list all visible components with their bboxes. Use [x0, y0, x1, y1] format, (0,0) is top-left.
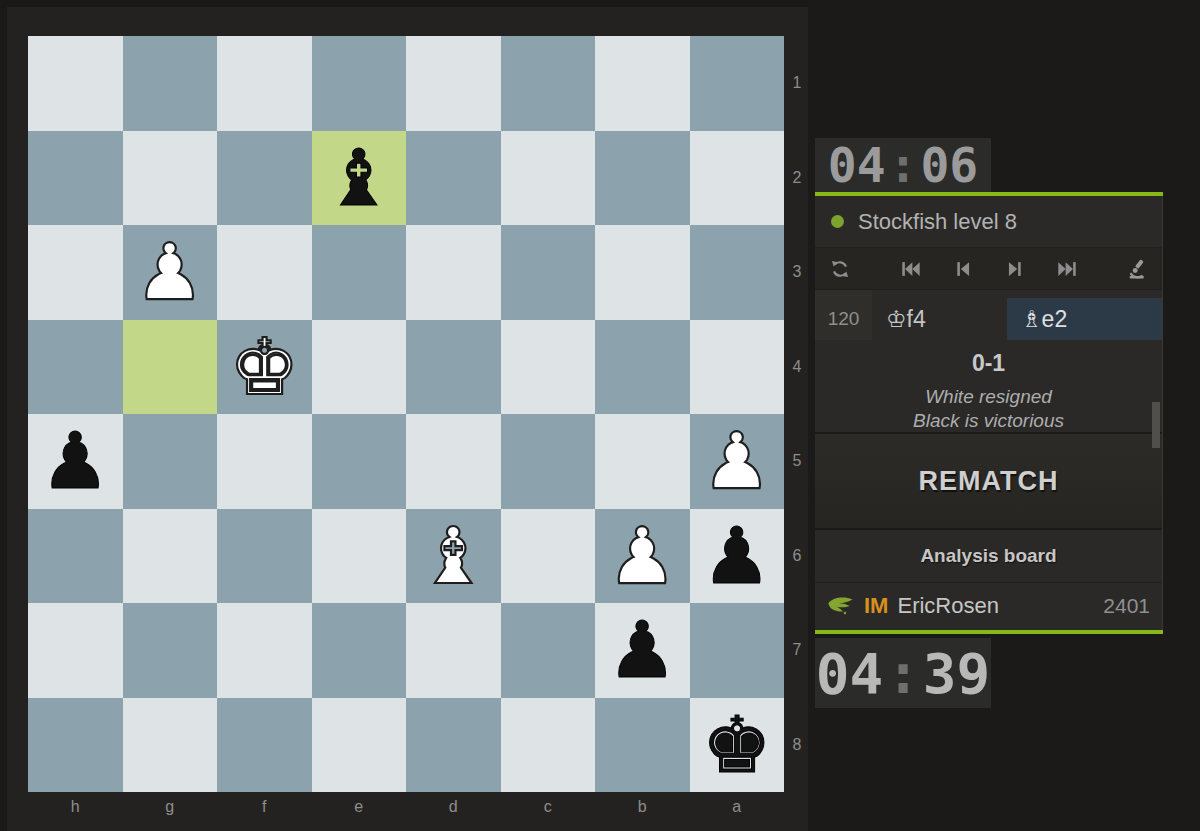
player-row: IM EricRosen 2401 — [815, 582, 1162, 628]
square-d2[interactable] — [406, 131, 501, 226]
file-label-b: b — [595, 792, 690, 822]
file-label-f: f — [217, 792, 312, 822]
file-coordinates: hgfedcba — [28, 792, 784, 822]
online-dot-icon — [831, 215, 844, 228]
square-b6[interactable]: ♟ — [595, 509, 690, 604]
square-d1[interactable] — [406, 36, 501, 131]
file-label-a: a — [690, 792, 785, 822]
chess-board: ♝♟♚♟♟♝♟♟♟♚ — [28, 36, 784, 792]
rank-label-4: 4 — [786, 320, 808, 415]
file-label-h: h — [28, 792, 123, 822]
square-c6[interactable] — [501, 509, 596, 604]
square-f5[interactable] — [217, 414, 312, 509]
square-b5[interactable] — [595, 414, 690, 509]
opponent-row: Stockfish level 8 — [815, 196, 1162, 248]
move-black-clipped[interactable]: g — [1007, 290, 1162, 298]
black-king[interactable]: ♚ — [702, 706, 772, 784]
square-d5[interactable] — [406, 414, 501, 509]
black-pawn[interactable]: ♟ — [607, 611, 677, 689]
replay-controls — [815, 248, 1162, 290]
result-outcome: Black is victorious — [815, 409, 1162, 433]
white-pawn[interactable]: ♟ — [702, 422, 772, 500]
square-h4[interactable] — [28, 320, 123, 415]
square-g3[interactable]: ♟ — [123, 225, 218, 320]
square-c5[interactable] — [501, 414, 596, 509]
move-white-san[interactable]: ♔f4 — [872, 298, 1007, 340]
rank-label-2: 2 — [786, 131, 808, 226]
square-a5[interactable]: ♟ — [690, 414, 785, 509]
black-pawn[interactable]: ♟ — [702, 517, 772, 595]
square-a1[interactable] — [690, 36, 785, 131]
player-clock: 04:39 — [815, 638, 991, 708]
rank-coordinates: 12345678 — [786, 36, 808, 792]
clock-colon: : — [886, 641, 920, 706]
white-bishop[interactable]: ♝ — [418, 517, 488, 595]
square-h6[interactable] — [28, 509, 123, 604]
square-b7[interactable]: ♟ — [595, 603, 690, 698]
opponent-name: Stockfish level 8 — [858, 209, 1017, 235]
square-f8[interactable] — [217, 698, 312, 793]
move-row: 120 ♔f4 ♗e2 — [815, 298, 1162, 340]
patron-wing-icon — [827, 595, 855, 617]
square-c2[interactable] — [501, 131, 596, 226]
white-king[interactable]: ♚ — [229, 328, 299, 406]
white-pawn[interactable]: ♟ — [607, 517, 677, 595]
square-e5[interactable] — [312, 414, 407, 509]
file-label-e: e — [312, 792, 407, 822]
move-list[interactable]: g g 120 ♔f4 ♗e2 — [815, 290, 1162, 340]
go-first-icon[interactable] — [900, 258, 922, 280]
analysis-microscope-icon[interactable] — [1126, 258, 1148, 280]
window-edge-left — [0, 0, 7, 831]
clipped-fragment: g — [1021, 290, 1070, 291]
square-h7[interactable] — [28, 603, 123, 698]
square-c4[interactable] — [501, 320, 596, 415]
clock-colon: : — [889, 137, 918, 193]
square-f1[interactable] — [217, 36, 312, 131]
step-buttons — [900, 258, 1078, 280]
accent-line-bottom — [815, 630, 1163, 634]
rank-label-1: 1 — [786, 36, 808, 131]
square-g1[interactable] — [123, 36, 218, 131]
square-d7[interactable] — [406, 603, 501, 698]
square-b2[interactable] — [595, 131, 690, 226]
file-label-d: d — [406, 792, 501, 822]
square-g7[interactable] — [123, 603, 218, 698]
player-title: IM — [864, 593, 888, 619]
rank-label-3: 3 — [786, 225, 808, 320]
square-e4[interactable] — [312, 320, 407, 415]
square-f4[interactable]: ♚ — [217, 320, 312, 415]
analysis-board-button[interactable]: Analysis board — [815, 530, 1162, 582]
square-h3[interactable] — [28, 225, 123, 320]
square-g5[interactable] — [123, 414, 218, 509]
square-d8[interactable] — [406, 698, 501, 793]
square-d3[interactable] — [406, 225, 501, 320]
opponent-clock-minutes: 04 — [828, 137, 886, 193]
square-h2[interactable] — [28, 131, 123, 226]
move-number: 120 — [815, 298, 872, 340]
square-e3[interactable] — [312, 225, 407, 320]
square-h8[interactable] — [28, 698, 123, 793]
result-reason: White resigned — [815, 385, 1162, 409]
square-b1[interactable] — [595, 36, 690, 131]
clipped-fragment: g — [886, 290, 935, 291]
scrollbar-thumb[interactable] — [1152, 402, 1160, 448]
result-score: 0-1 — [815, 350, 1162, 377]
rematch-button[interactable]: REMATCH — [815, 434, 1162, 528]
square-c3[interactable] — [501, 225, 596, 320]
square-e7[interactable] — [312, 603, 407, 698]
square-h1[interactable] — [28, 36, 123, 131]
file-label-c: c — [501, 792, 596, 822]
square-a7[interactable] — [690, 603, 785, 698]
move-black-san-selected[interactable]: ♗e2 — [1007, 298, 1162, 340]
player-clock-seconds: 39 — [923, 641, 990, 706]
square-c1[interactable] — [501, 36, 596, 131]
move-row-clipped: g g — [815, 290, 1162, 298]
square-e1[interactable] — [312, 36, 407, 131]
file-label-g: g — [123, 792, 218, 822]
player-clock-minutes: 04 — [816, 641, 883, 706]
square-h5[interactable]: ♟ — [28, 414, 123, 509]
square-b8[interactable] — [595, 698, 690, 793]
square-f3[interactable] — [217, 225, 312, 320]
square-a2[interactable] — [690, 131, 785, 226]
square-e6[interactable] — [312, 509, 407, 604]
rank-label-7: 7 — [786, 603, 808, 698]
square-g2[interactable] — [123, 131, 218, 226]
black-pawn[interactable]: ♟ — [40, 422, 110, 500]
rank-label-5: 5 — [786, 414, 808, 509]
square-c7[interactable] — [501, 603, 596, 698]
square-g4[interactable] — [123, 320, 218, 415]
square-a8[interactable]: ♚ — [690, 698, 785, 793]
black-bishop[interactable]: ♝ — [324, 139, 394, 217]
square-a3[interactable] — [690, 225, 785, 320]
square-e2[interactable]: ♝ — [312, 131, 407, 226]
game-side-panel: Stockfish level 8 — [815, 196, 1163, 630]
player-name[interactable]: EricRosen — [897, 593, 998, 619]
square-g8[interactable] — [123, 698, 218, 793]
square-g6[interactable] — [123, 509, 218, 604]
go-next-icon[interactable] — [1004, 258, 1026, 280]
game-result-block: 0-1 White resigned Black is victorious — [815, 340, 1162, 432]
move-white-clipped[interactable]: g — [872, 290, 1007, 298]
square-b4[interactable] — [595, 320, 690, 415]
white-pawn[interactable]: ♟ — [135, 233, 205, 311]
player-rating: 2401 — [1103, 594, 1150, 618]
square-e8[interactable] — [312, 698, 407, 793]
square-c8[interactable] — [501, 698, 596, 793]
move-number — [815, 290, 872, 298]
opponent-clock-seconds: 06 — [920, 137, 978, 193]
go-last-icon[interactable] — [1056, 258, 1078, 280]
square-a6[interactable]: ♟ — [690, 509, 785, 604]
square-f6[interactable] — [217, 509, 312, 604]
square-a4[interactable] — [690, 320, 785, 415]
rank-label-8: 8 — [786, 698, 808, 793]
rank-label-6: 6 — [786, 509, 808, 604]
square-d6[interactable]: ♝ — [406, 509, 501, 604]
square-f2[interactable] — [217, 131, 312, 226]
square-b3[interactable] — [595, 225, 690, 320]
go-previous-icon[interactable] — [952, 258, 974, 280]
cycle-icon[interactable] — [829, 258, 851, 280]
square-f7[interactable] — [217, 603, 312, 698]
square-d4[interactable] — [406, 320, 501, 415]
opponent-clock: 04:06 — [815, 138, 991, 192]
